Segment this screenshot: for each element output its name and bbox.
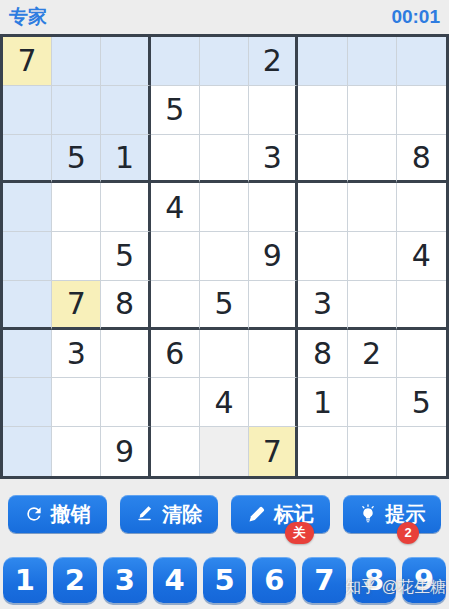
cell-r9c9[interactable] — [397, 427, 446, 476]
clear-button[interactable]: 清除 — [120, 495, 219, 533]
hint-badge: 2 — [397, 522, 419, 544]
cell-r6c4[interactable] — [151, 281, 200, 330]
cell-r8c2[interactable] — [52, 378, 101, 427]
sudoku-board: 725513845947853368241597 — [0, 34, 449, 479]
cell-r1c2[interactable] — [52, 37, 101, 86]
pen-icon — [247, 504, 267, 524]
number-pad: 123456789 — [0, 557, 449, 603]
cell-r2c1[interactable] — [3, 86, 52, 135]
cell-r1c7[interactable] — [298, 37, 347, 86]
clear-label: 清除 — [162, 501, 202, 528]
cell-r9c8[interactable] — [348, 427, 397, 476]
toolbar: 撤销 清除 标记 关 提示 2 — [0, 495, 449, 533]
cell-r4c7[interactable] — [298, 183, 347, 232]
top-bar: 专家 00:01 — [0, 0, 449, 34]
numpad-button-5[interactable]: 5 — [203, 557, 247, 603]
cell-r7c8[interactable]: 2 — [348, 330, 397, 379]
cell-r6c8[interactable] — [348, 281, 397, 330]
cell-r9c3[interactable]: 9 — [101, 427, 150, 476]
cell-r5c9[interactable]: 4 — [397, 232, 446, 281]
mark-badge: 关 — [285, 522, 314, 544]
cell-r9c7[interactable] — [298, 427, 347, 476]
mark-button[interactable]: 标记 关 — [231, 495, 330, 533]
cell-r3c4[interactable] — [151, 135, 200, 184]
numpad-button-9[interactable]: 9 — [402, 557, 446, 603]
bulb-icon — [358, 504, 378, 524]
cell-r7c4[interactable]: 6 — [151, 330, 200, 379]
cell-r4c1[interactable] — [3, 183, 52, 232]
cell-r4c9[interactable] — [397, 183, 446, 232]
cell-r8c9[interactable]: 5 — [397, 378, 446, 427]
numpad-button-6[interactable]: 6 — [252, 557, 296, 603]
undo-button[interactable]: 撤销 — [8, 495, 107, 533]
cell-r7c1[interactable] — [3, 330, 52, 379]
cell-r3c9[interactable]: 8 — [397, 135, 446, 184]
cell-r1c5[interactable] — [200, 37, 249, 86]
cell-r3c7[interactable] — [298, 135, 347, 184]
cell-r5c5[interactable] — [200, 232, 249, 281]
numpad-button-3[interactable]: 3 — [103, 557, 147, 603]
cell-r5c3[interactable]: 5 — [101, 232, 150, 281]
cell-r7c7[interactable]: 8 — [298, 330, 347, 379]
cell-r3c6[interactable]: 3 — [249, 135, 298, 184]
cell-r5c2[interactable] — [52, 232, 101, 281]
cell-r4c2[interactable] — [52, 183, 101, 232]
cell-r6c6[interactable] — [249, 281, 298, 330]
numpad-button-7[interactable]: 7 — [302, 557, 346, 603]
cell-r1c3[interactable] — [101, 37, 150, 86]
cell-r3c1[interactable] — [3, 135, 52, 184]
cell-r6c3[interactable]: 8 — [101, 281, 150, 330]
cell-r7c2[interactable]: 3 — [52, 330, 101, 379]
cell-r7c6[interactable] — [249, 330, 298, 379]
cell-r9c6[interactable]: 7 — [249, 427, 298, 476]
cell-r7c9[interactable] — [397, 330, 446, 379]
undo-label: 撤销 — [51, 501, 91, 528]
cell-r9c1[interactable] — [3, 427, 52, 476]
cell-r8c1[interactable] — [3, 378, 52, 427]
cell-r6c1[interactable] — [3, 281, 52, 330]
cell-r9c4[interactable] — [151, 427, 200, 476]
cell-r4c6[interactable] — [249, 183, 298, 232]
cell-r8c7[interactable]: 1 — [298, 378, 347, 427]
cell-r8c4[interactable] — [151, 378, 200, 427]
cell-r3c8[interactable] — [348, 135, 397, 184]
cell-r7c3[interactable] — [101, 330, 150, 379]
cell-r4c5[interactable] — [200, 183, 249, 232]
cell-r5c7[interactable] — [298, 232, 347, 281]
cell-r5c1[interactable] — [3, 232, 52, 281]
numpad-button-1[interactable]: 1 — [3, 557, 47, 603]
cell-r2c8[interactable] — [348, 86, 397, 135]
cell-r1c4[interactable] — [151, 37, 200, 86]
cell-r8c5[interactable]: 4 — [200, 378, 249, 427]
cell-r2c9[interactable] — [397, 86, 446, 135]
cell-r2c2[interactable] — [52, 86, 101, 135]
cell-r2c4[interactable]: 5 — [151, 86, 200, 135]
cell-r3c5[interactable] — [200, 135, 249, 184]
cell-r8c6[interactable] — [249, 378, 298, 427]
cell-r1c1[interactable]: 7 — [3, 37, 52, 86]
cell-r5c4[interactable] — [151, 232, 200, 281]
cell-r1c6[interactable]: 2 — [249, 37, 298, 86]
cell-r8c3[interactable] — [101, 378, 150, 427]
cell-r5c8[interactable] — [348, 232, 397, 281]
eraser-icon — [135, 504, 155, 524]
cell-r3c3[interactable]: 1 — [101, 135, 150, 184]
numpad-button-2[interactable]: 2 — [53, 557, 97, 603]
cell-r7c5[interactable] — [200, 330, 249, 379]
hint-button[interactable]: 提示 2 — [343, 495, 442, 533]
numpad-button-4[interactable]: 4 — [153, 557, 197, 603]
cell-r1c8[interactable] — [348, 37, 397, 86]
cell-r8c8[interactable] — [348, 378, 397, 427]
cell-r2c6[interactable] — [249, 86, 298, 135]
cell-r2c5[interactable] — [200, 86, 249, 135]
cell-r3c2[interactable]: 5 — [52, 135, 101, 184]
cell-r5c6[interactable]: 9 — [249, 232, 298, 281]
cell-r9c5[interactable] — [200, 427, 249, 476]
cell-r4c8[interactable] — [348, 183, 397, 232]
timer: 00:01 — [391, 6, 440, 28]
cell-r2c7[interactable] — [298, 86, 347, 135]
cell-r6c2[interactable]: 7 — [52, 281, 101, 330]
cell-r4c4[interactable]: 4 — [151, 183, 200, 232]
cell-r4c3[interactable] — [101, 183, 150, 232]
cell-r6c7[interactable]: 3 — [298, 281, 347, 330]
cell-r2c3[interactable] — [101, 86, 150, 135]
difficulty-label: 专家 — [9, 4, 47, 30]
undo-icon — [24, 504, 44, 524]
cell-r9c2[interactable] — [52, 427, 101, 476]
numpad-button-8[interactable]: 8 — [352, 557, 396, 603]
cell-r6c5[interactable]: 5 — [200, 281, 249, 330]
cell-r6c9[interactable] — [397, 281, 446, 330]
cell-r1c9[interactable] — [397, 37, 446, 86]
